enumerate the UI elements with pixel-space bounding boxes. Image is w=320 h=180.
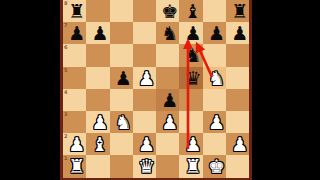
square-e2[interactable] xyxy=(156,133,179,155)
square-a4[interactable]: 4 xyxy=(63,89,86,111)
white-pawn-g3[interactable]: ♟ xyxy=(205,111,228,133)
black-pawn-e4[interactable]: ♟ xyxy=(158,89,181,111)
square-h7[interactable]: ♟ xyxy=(226,22,249,44)
square-d7[interactable] xyxy=(133,22,156,44)
square-c1[interactable] xyxy=(110,155,133,177)
white-pawn-a2[interactable]: ♟ xyxy=(65,133,88,155)
black-pawn-a7[interactable]: ♟ xyxy=(65,22,88,44)
rank-label-5: 5 xyxy=(64,67,67,73)
white-knight-g5[interactable]: ♞ xyxy=(205,67,228,89)
square-b1[interactable] xyxy=(86,155,109,177)
white-queen-d1[interactable]: ♛ xyxy=(135,155,158,177)
white-king-g1[interactable]: ♚ xyxy=(205,155,228,177)
white-pawn-f2[interactable]: ♟ xyxy=(181,133,204,155)
square-c4[interactable] xyxy=(110,89,133,111)
square-g8[interactable] xyxy=(203,0,226,22)
square-b7[interactable]: ♟ xyxy=(86,22,109,44)
white-rook-f1[interactable]: ♜ xyxy=(181,155,204,177)
square-b6[interactable] xyxy=(86,44,109,66)
square-h5[interactable] xyxy=(226,67,249,89)
rank-label-3: 3 xyxy=(64,111,67,117)
chess-board[interactable]: 8♜♚♝♜7♟♟♞♟♟♟6♞5♟♟♛♞4♟3♟♞♟♟2♟♝♟♟♟1♜♛♜♚ xyxy=(63,0,249,178)
square-c7[interactable] xyxy=(110,22,133,44)
square-a7[interactable]: 7♟ xyxy=(63,22,86,44)
square-h3[interactable] xyxy=(226,111,249,133)
square-g2[interactable] xyxy=(203,133,226,155)
square-d4[interactable] xyxy=(133,89,156,111)
white-pawn-d2[interactable]: ♟ xyxy=(135,133,158,155)
black-queen-f5[interactable]: ♛ xyxy=(181,67,204,89)
square-h6[interactable] xyxy=(226,44,249,66)
black-pawn-c5[interactable]: ♟ xyxy=(112,67,135,89)
chess-thumbnail-canvas: 8♜♚♝♜7♟♟♞♟♟♟6♞5♟♟♛♞4♟3♟♞♟♟2♟♝♟♟♟1♜♛♜♚ xyxy=(0,0,320,180)
square-e7[interactable]: ♞ xyxy=(156,22,179,44)
square-g5[interactable]: ♞ xyxy=(203,67,226,89)
black-king-e8[interactable]: ♚ xyxy=(158,0,181,22)
rank-label-6: 6 xyxy=(64,44,67,50)
square-d2[interactable]: ♟ xyxy=(133,133,156,155)
black-pawn-f7[interactable]: ♟ xyxy=(181,22,204,44)
square-b8[interactable] xyxy=(86,0,109,22)
square-h4[interactable] xyxy=(226,89,249,111)
black-rook-h8[interactable]: ♜ xyxy=(228,0,251,22)
square-b4[interactable] xyxy=(86,89,109,111)
square-g6[interactable] xyxy=(203,44,226,66)
square-e8[interactable]: ♚ xyxy=(156,0,179,22)
square-d6[interactable] xyxy=(133,44,156,66)
square-g4[interactable] xyxy=(203,89,226,111)
white-knight-c3[interactable]: ♞ xyxy=(112,111,135,133)
square-a6[interactable]: 6 xyxy=(63,44,86,66)
square-f6[interactable]: ♞ xyxy=(179,44,202,66)
black-pawn-h7[interactable]: ♟ xyxy=(228,22,251,44)
square-d3[interactable] xyxy=(133,111,156,133)
black-rook-a8[interactable]: ♜ xyxy=(65,0,88,22)
square-c2[interactable] xyxy=(110,133,133,155)
square-e5[interactable] xyxy=(156,67,179,89)
square-h2[interactable]: ♟ xyxy=(226,133,249,155)
square-c3[interactable]: ♞ xyxy=(110,111,133,133)
square-b3[interactable]: ♟ xyxy=(86,111,109,133)
square-b2[interactable]: ♝ xyxy=(86,133,109,155)
square-f4[interactable] xyxy=(179,89,202,111)
square-g1[interactable]: ♚ xyxy=(203,155,226,177)
square-c8[interactable] xyxy=(110,0,133,22)
white-pawn-b3[interactable]: ♟ xyxy=(88,111,111,133)
white-bishop-b2[interactable]: ♝ xyxy=(88,133,111,155)
square-e1[interactable] xyxy=(156,155,179,177)
square-e3[interactable]: ♟ xyxy=(156,111,179,133)
square-a5[interactable]: 5 xyxy=(63,67,86,89)
square-b5[interactable] xyxy=(86,67,109,89)
square-f3[interactable] xyxy=(179,111,202,133)
square-d5[interactable]: ♟ xyxy=(133,67,156,89)
square-f1[interactable]: ♜ xyxy=(179,155,202,177)
black-knight-e7[interactable]: ♞ xyxy=(158,22,181,44)
white-pawn-h2[interactable]: ♟ xyxy=(228,133,251,155)
black-bishop-f8[interactable]: ♝ xyxy=(181,0,204,22)
black-pawn-g7[interactable]: ♟ xyxy=(205,22,228,44)
square-g7[interactable]: ♟ xyxy=(203,22,226,44)
square-d8[interactable] xyxy=(133,0,156,22)
square-h8[interactable]: ♜ xyxy=(226,0,249,22)
square-e6[interactable] xyxy=(156,44,179,66)
square-c6[interactable] xyxy=(110,44,133,66)
square-a3[interactable]: 3 xyxy=(63,111,86,133)
square-a8[interactable]: 8♜ xyxy=(63,0,86,22)
white-pawn-e3[interactable]: ♟ xyxy=(158,111,181,133)
square-g3[interactable]: ♟ xyxy=(203,111,226,133)
square-f8[interactable]: ♝ xyxy=(179,0,202,22)
square-h1[interactable] xyxy=(226,155,249,177)
rank-label-4: 4 xyxy=(64,89,67,95)
black-knight-f6[interactable]: ♞ xyxy=(181,44,204,66)
square-c5[interactable]: ♟ xyxy=(110,67,133,89)
white-rook-a1[interactable]: ♜ xyxy=(65,155,88,177)
white-pawn-d5[interactable]: ♟ xyxy=(135,67,158,89)
square-a2[interactable]: 2♟ xyxy=(63,133,86,155)
black-pawn-b7[interactable]: ♟ xyxy=(88,22,111,44)
square-e4[interactable]: ♟ xyxy=(156,89,179,111)
square-f7[interactable]: ♟ xyxy=(179,22,202,44)
square-f2[interactable]: ♟ xyxy=(179,133,202,155)
square-f5[interactable]: ♛ xyxy=(179,67,202,89)
square-a1[interactable]: 1♜ xyxy=(63,155,86,177)
square-d1[interactable]: ♛ xyxy=(133,155,156,177)
board-frame: 8♜♚♝♜7♟♟♞♟♟♟6♞5♟♟♛♞4♟3♟♞♟♟2♟♝♟♟♟1♜♛♜♚ xyxy=(60,0,252,180)
